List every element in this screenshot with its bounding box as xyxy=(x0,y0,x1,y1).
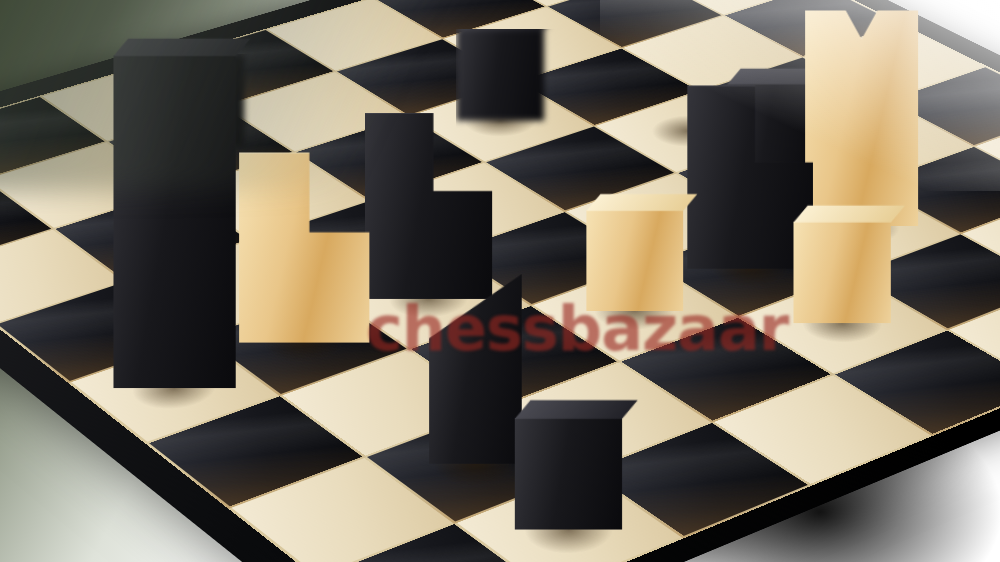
chess-board xyxy=(0,0,1000,562)
watermark-text: chessbazaar xyxy=(366,292,788,365)
black-pawn xyxy=(515,418,622,530)
white-queen xyxy=(805,6,918,228)
square-d1 xyxy=(714,376,929,484)
board-3d-wrapper xyxy=(0,0,1000,562)
board-scene xyxy=(0,0,1000,562)
square-b1 xyxy=(457,472,681,562)
white-pawn xyxy=(794,222,891,324)
board-frame xyxy=(0,0,1000,562)
photo-stage: chessbazaar xyxy=(0,0,1000,562)
black-king xyxy=(113,55,235,388)
black-knight xyxy=(365,113,493,299)
black-pawn xyxy=(457,29,545,121)
